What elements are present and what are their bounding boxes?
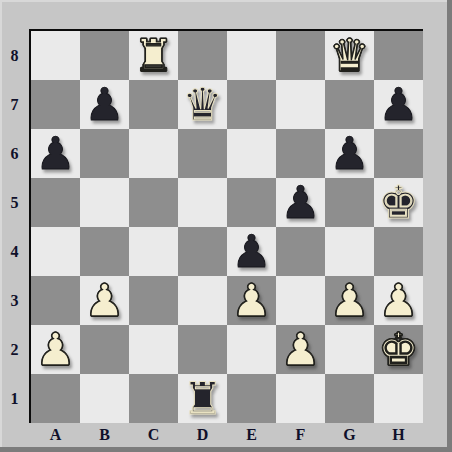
piece-black-rook-d1[interactable]: ♜ <box>182 376 222 421</box>
board-border: ♜♛♟♛♟♟♟♟♚♟♟♟♟♟♟♟♚♜ <box>29 29 423 423</box>
square-g3[interactable]: ♟ <box>325 276 374 325</box>
square-f5[interactable]: ♟ <box>276 178 325 227</box>
square-c1[interactable] <box>129 374 178 423</box>
square-h8[interactable] <box>374 31 423 80</box>
square-e3[interactable]: ♟ <box>227 276 276 325</box>
square-f7[interactable] <box>276 80 325 129</box>
square-a2[interactable]: ♟ <box>31 325 80 374</box>
square-e5[interactable] <box>227 178 276 227</box>
file-label-e: E <box>227 423 276 447</box>
frame-shadow-edge-right <box>447 0 452 452</box>
square-a8[interactable] <box>31 31 80 80</box>
square-b3[interactable]: ♟ <box>80 276 129 325</box>
square-b1[interactable] <box>80 374 129 423</box>
square-f3[interactable] <box>276 276 325 325</box>
square-g1[interactable] <box>325 374 374 423</box>
square-a6[interactable]: ♟ <box>31 129 80 178</box>
square-c4[interactable] <box>129 227 178 276</box>
square-d6[interactable] <box>178 129 227 178</box>
rank-label-5: 5 <box>0 178 29 227</box>
square-h6[interactable] <box>374 129 423 178</box>
frame-shadow-edge-bottom <box>0 447 452 452</box>
square-h5[interactable]: ♚ <box>374 178 423 227</box>
piece-white-pawn-f2[interactable]: ♟ <box>280 327 320 372</box>
file-label-c: C <box>129 423 178 447</box>
rank-label-1: 1 <box>0 374 29 423</box>
square-g4[interactable] <box>325 227 374 276</box>
square-e8[interactable] <box>227 31 276 80</box>
square-b2[interactable] <box>80 325 129 374</box>
square-b6[interactable] <box>80 129 129 178</box>
file-label-d: D <box>178 423 227 447</box>
square-h2[interactable]: ♚ <box>374 325 423 374</box>
piece-black-pawn-e4[interactable]: ♟ <box>231 229 271 274</box>
square-h3[interactable]: ♟ <box>374 276 423 325</box>
square-e2[interactable] <box>227 325 276 374</box>
square-f8[interactable] <box>276 31 325 80</box>
square-c2[interactable] <box>129 325 178 374</box>
square-g7[interactable] <box>325 80 374 129</box>
square-d2[interactable] <box>178 325 227 374</box>
piece-white-pawn-b3[interactable]: ♟ <box>84 278 124 323</box>
file-label-f: F <box>276 423 325 447</box>
piece-white-pawn-a2[interactable]: ♟ <box>35 327 75 372</box>
piece-white-queen-g8[interactable]: ♛ <box>329 33 369 78</box>
piece-white-king-h2[interactable]: ♚ <box>378 327 418 372</box>
square-d8[interactable] <box>178 31 227 80</box>
square-c3[interactable] <box>129 276 178 325</box>
square-e1[interactable] <box>227 374 276 423</box>
square-h7[interactable]: ♟ <box>374 80 423 129</box>
square-f4[interactable] <box>276 227 325 276</box>
file-labels: ABCDEFGH <box>31 423 423 447</box>
rank-label-4: 4 <box>0 227 29 276</box>
square-f2[interactable]: ♟ <box>276 325 325 374</box>
piece-white-pawn-h3[interactable]: ♟ <box>378 278 418 323</box>
square-d3[interactable] <box>178 276 227 325</box>
rank-label-8: 8 <box>0 31 29 80</box>
chess-diagram: 87654321 ♜♛♟♛♟♟♟♟♚♟♟♟♟♟♟♟♚♜ ABCDEFGH <box>0 0 452 452</box>
square-c7[interactable] <box>129 80 178 129</box>
rank-label-7: 7 <box>0 80 29 129</box>
square-d5[interactable] <box>178 178 227 227</box>
square-c6[interactable] <box>129 129 178 178</box>
square-d1[interactable]: ♜ <box>178 374 227 423</box>
piece-black-queen-d7[interactable]: ♛ <box>182 82 222 127</box>
piece-white-rook-c8[interactable]: ♜ <box>133 33 173 78</box>
rank-labels: 87654321 <box>0 31 29 423</box>
square-g2[interactable] <box>325 325 374 374</box>
square-b4[interactable] <box>80 227 129 276</box>
piece-black-pawn-b7[interactable]: ♟ <box>84 82 124 127</box>
file-label-g: G <box>325 423 374 447</box>
square-e6[interactable] <box>227 129 276 178</box>
rank-label-2: 2 <box>0 325 29 374</box>
square-g8[interactable]: ♛ <box>325 31 374 80</box>
square-h1[interactable] <box>374 374 423 423</box>
square-f6[interactable] <box>276 129 325 178</box>
rank-label-3: 3 <box>0 276 29 325</box>
piece-black-pawn-f5[interactable]: ♟ <box>280 180 320 225</box>
square-f1[interactable] <box>276 374 325 423</box>
square-c8[interactable]: ♜ <box>129 31 178 80</box>
piece-black-king-h5[interactable]: ♚ <box>378 180 418 225</box>
piece-white-pawn-g3[interactable]: ♟ <box>329 278 369 323</box>
rank-label-6: 6 <box>0 129 29 178</box>
square-d4[interactable] <box>178 227 227 276</box>
file-label-b: B <box>80 423 129 447</box>
square-g6[interactable]: ♟ <box>325 129 374 178</box>
frame-highlight-edge-top <box>0 0 447 2</box>
file-label-a: A <box>31 423 80 447</box>
piece-black-pawn-h7[interactable]: ♟ <box>378 82 418 127</box>
chess-board: ♜♛♟♛♟♟♟♟♚♟♟♟♟♟♟♟♚♜ <box>31 31 423 423</box>
square-b5[interactable] <box>80 178 129 227</box>
square-e7[interactable] <box>227 80 276 129</box>
square-a5[interactable] <box>31 178 80 227</box>
square-g5[interactable] <box>325 178 374 227</box>
piece-white-pawn-e3[interactable]: ♟ <box>231 278 271 323</box>
file-label-h: H <box>374 423 423 447</box>
piece-black-pawn-a6[interactable]: ♟ <box>35 131 75 176</box>
square-a1[interactable] <box>31 374 80 423</box>
square-b8[interactable] <box>80 31 129 80</box>
square-c5[interactable] <box>129 178 178 227</box>
square-b7[interactable]: ♟ <box>80 80 129 129</box>
square-d7[interactable]: ♛ <box>178 80 227 129</box>
square-e4[interactable]: ♟ <box>227 227 276 276</box>
square-h4[interactable] <box>374 227 423 276</box>
square-a7[interactable] <box>31 80 80 129</box>
square-a3[interactable] <box>31 276 80 325</box>
square-a4[interactable] <box>31 227 80 276</box>
piece-black-pawn-g6[interactable]: ♟ <box>329 131 369 176</box>
